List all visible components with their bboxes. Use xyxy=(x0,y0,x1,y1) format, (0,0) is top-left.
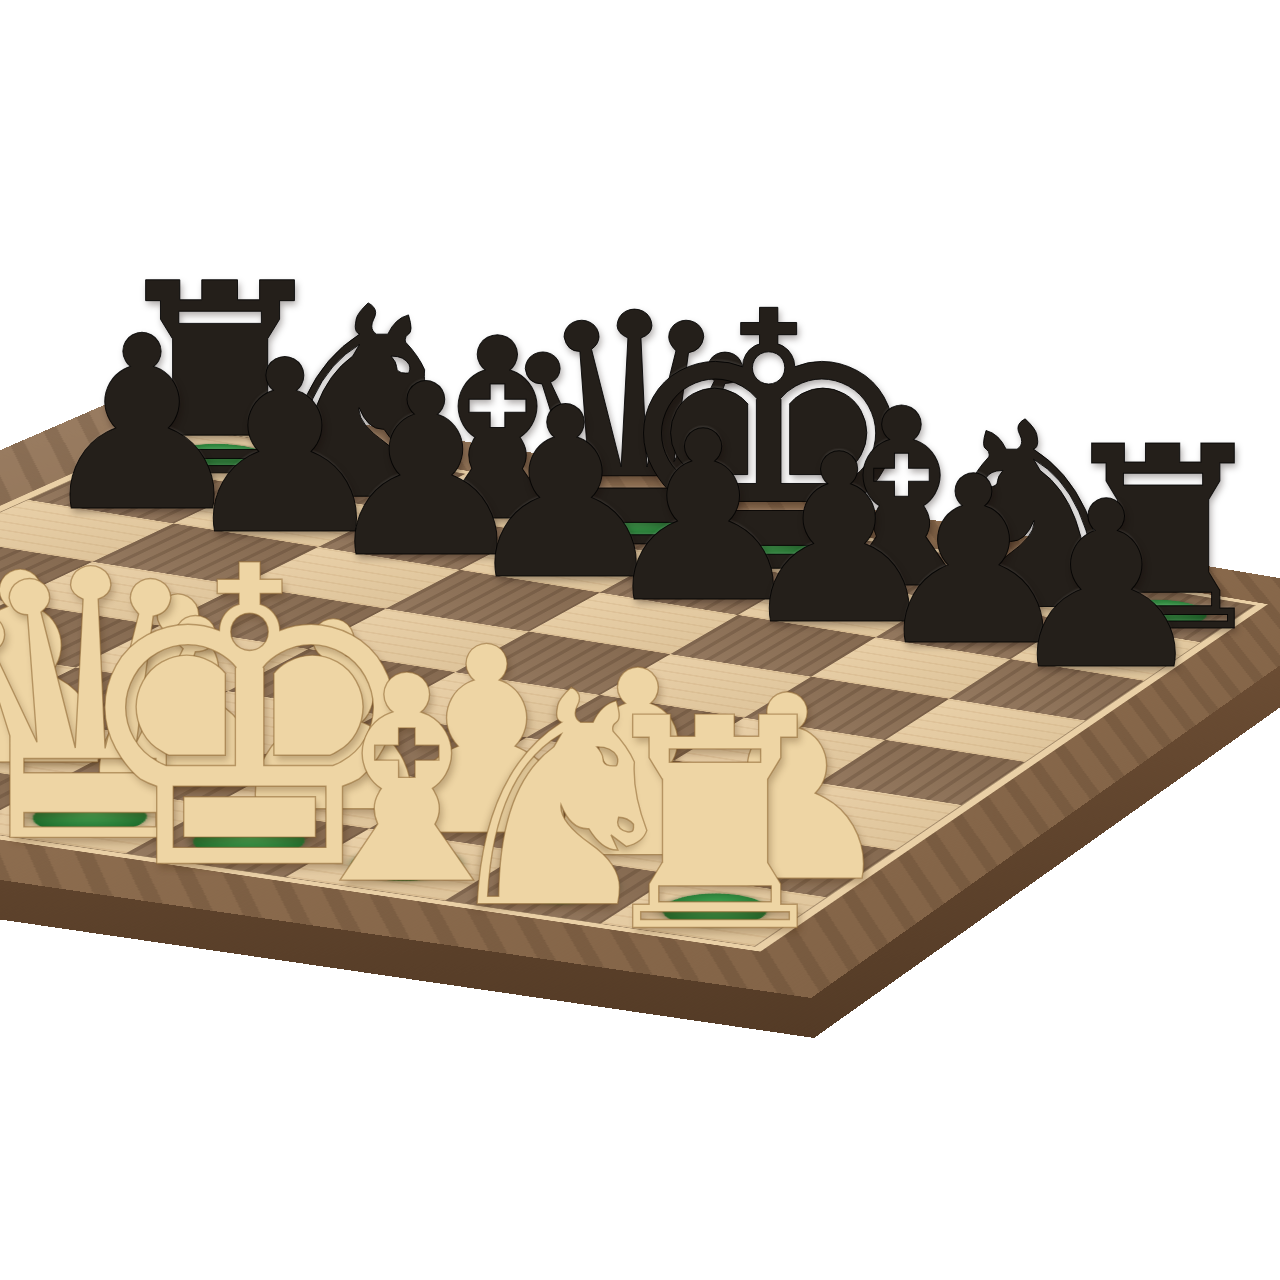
chess-set-photo: ♜♞♝♛♚♝♞♜♟♟♟♟♟♟♟♟♟♟♟♟♟♟♟♟♜♞♝♛♚♝♞♜ xyxy=(0,0,1280,1280)
